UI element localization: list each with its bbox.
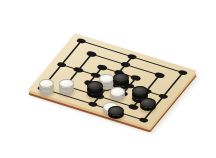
white-piece[interactable] [39,79,54,88]
white-piece[interactable] [110,87,125,96]
black-piece[interactable] [140,98,156,108]
board-point[interactable] [87,101,99,108]
board-point[interactable] [119,61,131,68]
board-point[interactable] [86,51,98,58]
board-point[interactable] [73,67,85,74]
white-piece[interactable] [59,79,74,88]
board-point[interactable] [56,61,68,68]
board-point[interactable] [153,72,165,79]
board-point[interactable] [75,38,87,45]
board-point[interactable] [138,117,150,124]
black-piece[interactable] [108,106,124,116]
board-point[interactable] [157,93,169,100]
board-point[interactable] [126,53,138,60]
board-point[interactable] [96,64,108,71]
board-point[interactable] [127,103,139,110]
board-point[interactable] [177,69,189,76]
white-piece[interactable] [99,74,114,83]
photo-background [0,0,216,158]
board-point[interactable] [130,74,142,81]
